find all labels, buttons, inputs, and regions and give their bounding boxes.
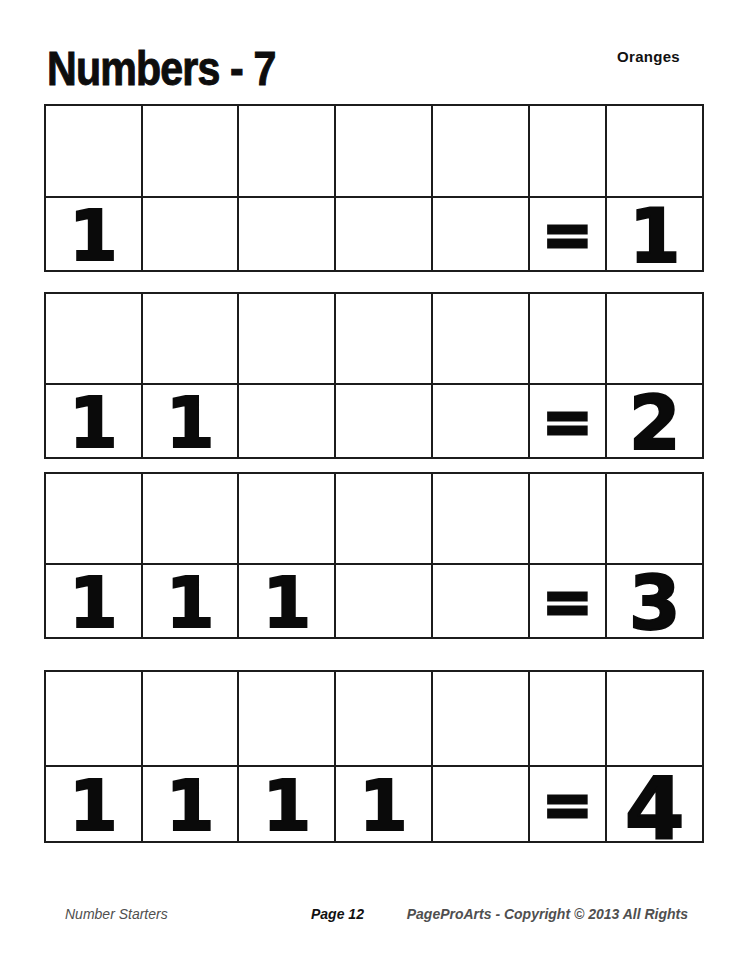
footer-page-number: Page 12 xyxy=(311,906,364,922)
orange-placement-cell xyxy=(335,293,432,384)
orange-placement-cell xyxy=(432,473,529,564)
count-cell xyxy=(142,197,239,271)
count-cell: 1 xyxy=(142,384,239,458)
count-cell xyxy=(335,197,432,271)
count-cell xyxy=(432,766,529,842)
equals-cell: = xyxy=(529,384,607,458)
count-cell xyxy=(335,564,432,638)
total-cell: 3 xyxy=(606,564,703,638)
equals-cell: = xyxy=(529,564,607,638)
count-cell xyxy=(432,564,529,638)
footer-series-title: Number Starters xyxy=(65,906,168,922)
page-title: Numbers - 7 xyxy=(47,40,276,96)
orange-placement-cell xyxy=(606,105,703,197)
orange-placement-cell xyxy=(142,473,239,564)
orange-placement-cell xyxy=(335,671,432,766)
orange-placement-cell xyxy=(45,293,142,384)
orange-placement-cell xyxy=(606,293,703,384)
equals-cell: = xyxy=(529,197,607,271)
count-cell: 1 xyxy=(335,766,432,842)
orange-placement-cell xyxy=(45,105,142,197)
counting-grid-4: 1 1 1 1 = 4 xyxy=(44,670,704,843)
orange-placement-cell xyxy=(335,105,432,197)
page-footer: Number Starters Page 12 PageProArts - Co… xyxy=(0,906,750,926)
orange-placement-cell xyxy=(238,105,335,197)
orange-placement-cell xyxy=(142,293,239,384)
count-cell: 1 xyxy=(142,564,239,638)
orange-placement-cell xyxy=(432,671,529,766)
counting-grid-3: 1 1 1 = 3 xyxy=(44,472,704,639)
worksheet-page: Numbers - 7 Oranges 1 = 1 1 1 = 2 xyxy=(0,0,750,971)
total-cell: 1 xyxy=(606,197,703,271)
category-label: Oranges xyxy=(617,48,680,65)
count-cell: 1 xyxy=(45,564,142,638)
count-cell xyxy=(335,384,432,458)
orange-placement-cell xyxy=(606,671,703,766)
orange-placement-cell xyxy=(335,473,432,564)
equals-cell: = xyxy=(529,766,607,842)
count-cell: 1 xyxy=(45,197,142,271)
orange-placement-cell xyxy=(238,293,335,384)
count-cell xyxy=(432,197,529,271)
orange-placement-cell xyxy=(45,473,142,564)
counting-grid-2: 1 1 = 2 xyxy=(44,292,704,459)
count-cell xyxy=(238,197,335,271)
total-cell: 4 xyxy=(606,766,703,842)
orange-placement-cell xyxy=(529,293,607,384)
orange-placement-cell xyxy=(238,473,335,564)
orange-placement-cell xyxy=(45,671,142,766)
count-cell: 1 xyxy=(45,384,142,458)
orange-placement-cell xyxy=(606,473,703,564)
total-cell: 2 xyxy=(606,384,703,458)
footer-copyright: PageProArts - Copyright © 2013 All Right… xyxy=(407,906,688,922)
count-cell xyxy=(238,384,335,458)
orange-placement-cell xyxy=(529,671,607,766)
count-cell: 1 xyxy=(238,766,335,842)
count-cell: 1 xyxy=(142,766,239,842)
count-cell: 1 xyxy=(238,564,335,638)
orange-placement-cell xyxy=(142,671,239,766)
count-cell xyxy=(432,384,529,458)
orange-placement-cell xyxy=(142,105,239,197)
counting-grid-1: 1 = 1 xyxy=(44,104,704,272)
orange-placement-cell xyxy=(529,105,607,197)
orange-placement-cell xyxy=(432,105,529,197)
orange-placement-cell xyxy=(432,293,529,384)
orange-placement-cell xyxy=(529,473,607,564)
orange-placement-cell xyxy=(238,671,335,766)
count-cell: 1 xyxy=(45,766,142,842)
